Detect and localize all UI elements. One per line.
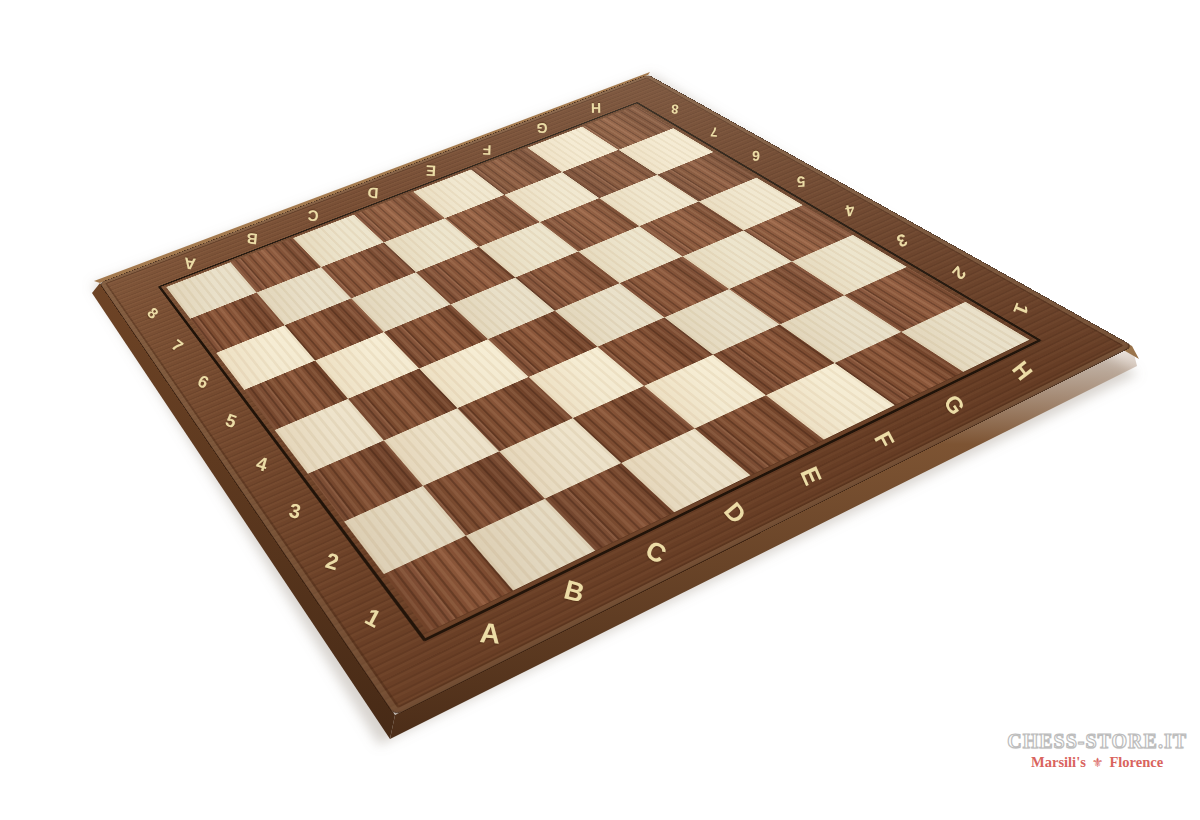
watermark-brand-left: Marsili's [1031,754,1086,770]
fleur-de-lis-icon: ⚜ [1092,755,1104,770]
watermark-brand-line: Marsili's⚜Florence [1007,754,1187,771]
watermark-brand-right: Florence [1109,754,1163,770]
watermark: CHESS-STORE.IT Marsili's⚜Florence [1007,730,1187,771]
photo-stage: AABBCCDDEEFFGGHH1122334455667788 CHESS-S… [0,0,1200,820]
watermark-store-name: CHESS-STORE.IT [1007,730,1187,753]
